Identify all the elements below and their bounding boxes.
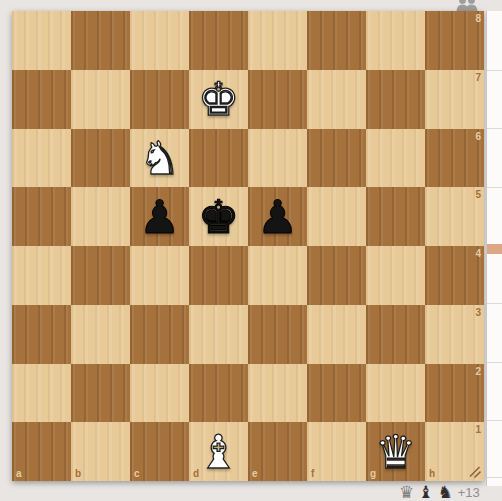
square-f2[interactable] (307, 364, 366, 423)
rank-label-6: 6 (475, 132, 481, 142)
piece-black-pawn[interactable]: ♟ (257, 194, 298, 240)
square-g1[interactable]: g♛ (366, 422, 425, 481)
square-g6[interactable] (366, 129, 425, 188)
panel-row-separator (487, 477, 502, 478)
panel-row-separator (487, 362, 502, 363)
piece-black-pawn[interactable]: ♟ (139, 194, 180, 240)
square-g3[interactable] (366, 305, 425, 364)
square-e5[interactable]: ♟ (248, 187, 307, 246)
rank-label-5: 5 (475, 190, 481, 200)
material-advantage: +13 (458, 486, 480, 499)
square-b7[interactable] (71, 70, 130, 129)
captured-bishop-icon: ♝ (418, 484, 433, 501)
square-c7[interactable] (130, 70, 189, 129)
square-b3[interactable] (71, 305, 130, 364)
square-h3[interactable]: 3 (425, 305, 484, 364)
panel-row-separator (487, 420, 502, 421)
square-d7[interactable]: ♚ (189, 70, 248, 129)
square-e4[interactable] (248, 246, 307, 305)
square-d1[interactable]: d♝ (189, 422, 248, 481)
square-h2[interactable]: 2 (425, 364, 484, 423)
square-f4[interactable] (307, 246, 366, 305)
app-viewport: 8♚7♞6♟♚♟5432abcd♝efg♛1h ♛♝♞+13 (0, 0, 502, 501)
square-d5[interactable]: ♚ (189, 187, 248, 246)
file-label-e: e (252, 469, 258, 479)
square-g5[interactable] (366, 187, 425, 246)
square-d2[interactable] (189, 364, 248, 423)
square-a6[interactable] (12, 129, 71, 188)
piece-white-queen[interactable]: ♛ (375, 429, 416, 475)
square-a1[interactable]: a (12, 422, 71, 481)
piece-black-king[interactable]: ♚ (198, 194, 239, 240)
square-c1[interactable]: c (130, 422, 189, 481)
square-f7[interactable] (307, 70, 366, 129)
square-g7[interactable] (366, 70, 425, 129)
square-d8[interactable] (189, 11, 248, 70)
square-e7[interactable] (248, 70, 307, 129)
panel-row-separator (487, 187, 502, 188)
square-b1[interactable]: b (71, 422, 130, 481)
square-b8[interactable] (71, 11, 130, 70)
rank-label-7: 7 (475, 73, 481, 83)
rank-label-4: 4 (475, 249, 481, 259)
square-c4[interactable] (130, 246, 189, 305)
material-diff: ♛♝♞+13 (399, 483, 480, 501)
rank-label-1: 1 (475, 425, 481, 435)
square-c5[interactable]: ♟ (130, 187, 189, 246)
file-label-f: f (311, 469, 314, 479)
square-a7[interactable] (12, 70, 71, 129)
file-label-b: b (75, 469, 81, 479)
square-g8[interactable] (366, 11, 425, 70)
square-b4[interactable] (71, 246, 130, 305)
rank-label-8: 8 (475, 14, 481, 24)
rank-label-3: 3 (475, 308, 481, 318)
captured-knight-icon: ♞ (438, 484, 453, 501)
square-d4[interactable] (189, 246, 248, 305)
chess-board: 8♚7♞6♟♚♟5432abcd♝efg♛1h (12, 11, 484, 481)
square-e8[interactable] (248, 11, 307, 70)
square-a8[interactable] (12, 11, 71, 70)
square-a4[interactable] (12, 246, 71, 305)
square-f3[interactable] (307, 305, 366, 364)
square-h4[interactable]: 4 (425, 246, 484, 305)
square-e6[interactable] (248, 129, 307, 188)
square-c3[interactable] (130, 305, 189, 364)
piece-white-king[interactable]: ♚ (198, 76, 239, 122)
panel-row-separator (487, 70, 502, 71)
captured-queen-icon: ♛ (399, 484, 414, 501)
side-panel[interactable] (486, 11, 502, 486)
square-g4[interactable] (366, 246, 425, 305)
square-d6[interactable] (189, 129, 248, 188)
square-b6[interactable] (71, 129, 130, 188)
panel-row-separator (487, 303, 502, 304)
square-c2[interactable] (130, 364, 189, 423)
square-h5[interactable]: 5 (425, 187, 484, 246)
piece-white-knight[interactable]: ♞ (139, 135, 180, 181)
file-label-c: c (134, 469, 140, 479)
square-e1[interactable]: e (248, 422, 307, 481)
square-b2[interactable] (71, 364, 130, 423)
square-d3[interactable] (189, 305, 248, 364)
file-label-a: a (16, 469, 22, 479)
square-c8[interactable] (130, 11, 189, 70)
square-f5[interactable] (307, 187, 366, 246)
square-h8[interactable]: 8 (425, 11, 484, 70)
square-a5[interactable] (12, 187, 71, 246)
square-a2[interactable] (12, 364, 71, 423)
square-h7[interactable]: 7 (425, 70, 484, 129)
square-f1[interactable]: f (307, 422, 366, 481)
piece-white-bishop[interactable]: ♝ (198, 429, 239, 475)
square-a3[interactable] (12, 305, 71, 364)
square-c6[interactable]: ♞ (130, 129, 189, 188)
square-f6[interactable] (307, 129, 366, 188)
square-b5[interactable] (71, 187, 130, 246)
square-f8[interactable] (307, 11, 366, 70)
board-resize-handle[interactable] (468, 465, 481, 478)
panel-row-separator (487, 128, 502, 129)
panel-highlighted-row[interactable] (487, 244, 502, 254)
rank-label-2: 2 (475, 367, 481, 377)
square-g2[interactable] (366, 364, 425, 423)
square-h6[interactable]: 6 (425, 129, 484, 188)
square-e3[interactable] (248, 305, 307, 364)
file-label-h: h (429, 469, 435, 479)
square-e2[interactable] (248, 364, 307, 423)
